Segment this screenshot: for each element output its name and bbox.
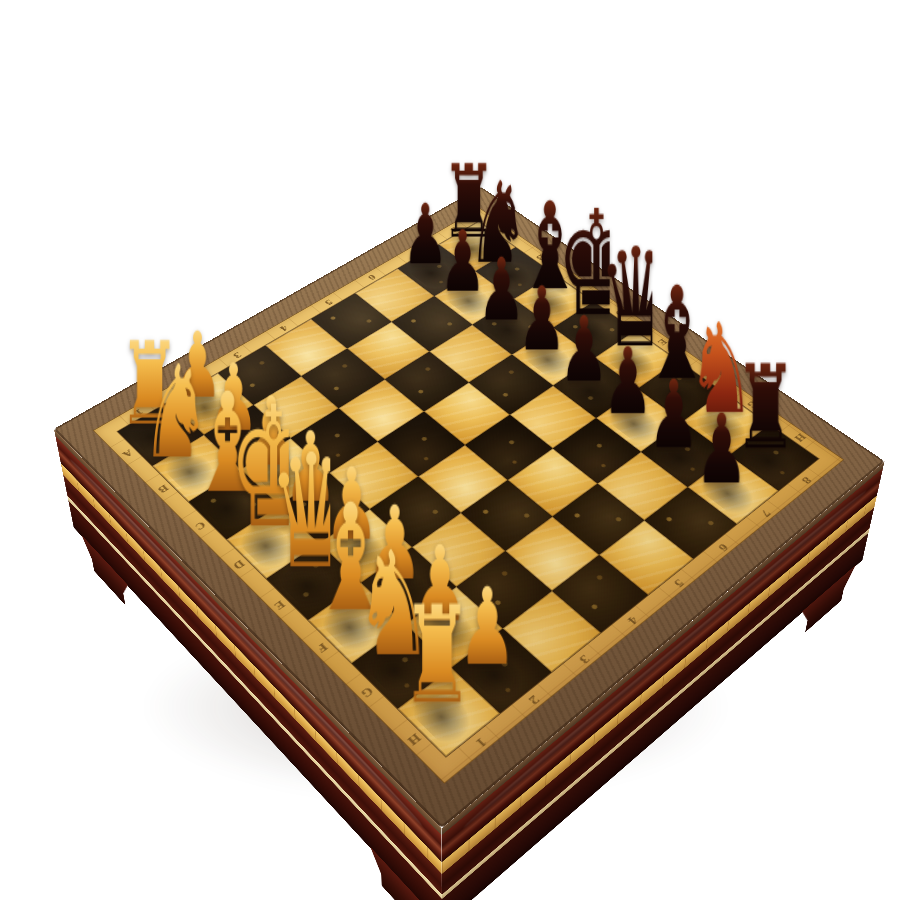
rank-label-right-8: 8	[798, 474, 813, 485]
file-label-bottom-c: C	[192, 519, 208, 532]
rank-label-right-2: 2	[525, 692, 542, 707]
file-label-bottom-e: E	[271, 598, 287, 612]
white-rook-glyph: ♜	[400, 589, 467, 723]
rank-label-right-7: 7	[757, 507, 773, 519]
scene: AA88BB77CC66DD55EE44FF33GG22HH11 ♜♞♝♚♛♝♞…	[0, 0, 900, 900]
file-label-bottom-g: G	[357, 684, 375, 700]
rank-label-right-1: 1	[472, 734, 489, 749]
file-label-bottom-a: A	[120, 447, 135, 459]
file-label-bottom-f: F	[314, 640, 330, 654]
file-label-bottom-b: B	[155, 482, 171, 494]
file-label-bottom-d: D	[230, 557, 247, 571]
file-label-bottom-h: H	[404, 730, 423, 747]
rank-label-right-4: 4	[624, 613, 640, 627]
rank-label-right-3: 3	[575, 652, 592, 666]
board-lid: AA88BB77CC66DD55EE44FF33GG22HH11 ♜♞♝♚♛♝♞…	[54, 187, 885, 829]
rank-label-right-5: 5	[670, 576, 686, 589]
rank-label-right-6: 6	[715, 541, 731, 553]
black-pawn-glyph: ♟	[692, 402, 751, 498]
product-photo-stage: AA88BB77CC66DD55EE44FF33GG22HH11 ♜♞♝♚♛♝♞…	[0, 0, 900, 900]
chess-casket: AA88BB77CC66DD55EE44FF33GG22HH11 ♜♞♝♚♛♝♞…	[54, 187, 885, 829]
